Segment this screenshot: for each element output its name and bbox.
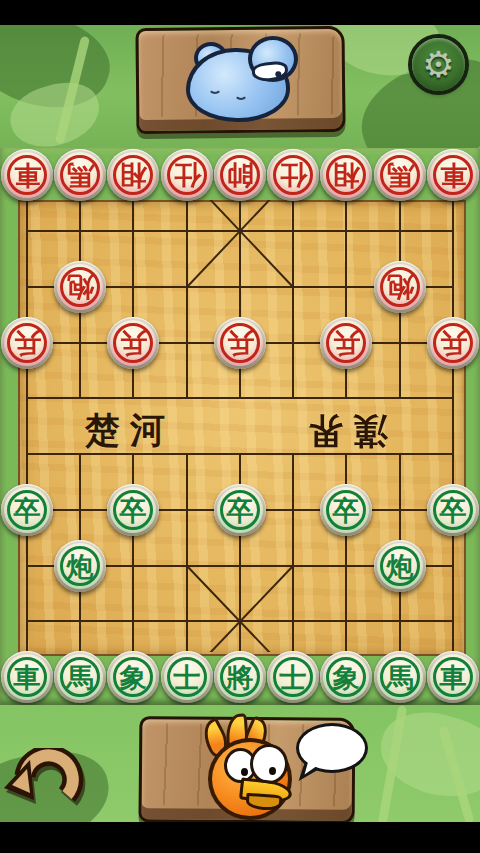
piece-glyph: 炮 bbox=[387, 274, 414, 301]
piece-face: 相 bbox=[323, 152, 369, 198]
piece-face: 將 bbox=[217, 654, 263, 700]
piece-glyph: 帥 bbox=[227, 162, 254, 189]
piece-face: 炮 bbox=[57, 543, 103, 589]
river-label-right: 漢界 bbox=[278, 407, 408, 454]
piece-green-general[interactable]: 將 bbox=[214, 651, 266, 703]
piece-red-soldier[interactable]: 兵 bbox=[107, 317, 159, 369]
undo-arrow-icon bbox=[2, 748, 94, 818]
piece-red-general[interactable]: 帥 bbox=[214, 149, 266, 201]
piece-red-chariot[interactable]: 車 bbox=[427, 149, 479, 201]
piece-red-chariot[interactable]: 車 bbox=[1, 149, 53, 201]
piece-green-advisor[interactable]: 士 bbox=[161, 651, 213, 703]
piece-face: 炮 bbox=[57, 264, 103, 310]
piece-green-horse[interactable]: 馬 bbox=[54, 651, 106, 703]
river-label-left: 楚河 bbox=[65, 407, 195, 454]
piece-glyph: 車 bbox=[440, 162, 467, 189]
piece-glyph: 相 bbox=[333, 162, 360, 189]
piece-face: 馬 bbox=[57, 152, 103, 198]
piece-green-advisor[interactable]: 士 bbox=[267, 651, 319, 703]
piece-green-horse[interactable]: 馬 bbox=[374, 651, 426, 703]
piece-face: 車 bbox=[430, 654, 476, 700]
piece-face: 車 bbox=[4, 654, 50, 700]
piece-glyph: 馬 bbox=[387, 162, 414, 189]
piece-face: 兵 bbox=[217, 320, 263, 366]
piece-face: 象 bbox=[323, 654, 369, 700]
piece-glyph: 兵 bbox=[333, 330, 360, 357]
piece-face: 卒 bbox=[217, 487, 263, 533]
piece-green-soldier[interactable]: 卒 bbox=[320, 484, 372, 536]
piece-face: 兵 bbox=[430, 320, 476, 366]
piece-face: 卒 bbox=[4, 487, 50, 533]
piece-glyph: 卒 bbox=[120, 497, 147, 524]
piece-green-elephant[interactable]: 象 bbox=[320, 651, 372, 703]
piece-red-horse[interactable]: 馬 bbox=[374, 149, 426, 201]
piece-face: 仕 bbox=[270, 152, 316, 198]
piece-green-soldier[interactable]: 卒 bbox=[107, 484, 159, 536]
piece-red-soldier[interactable]: 兵 bbox=[1, 317, 53, 369]
piece-face: 仕 bbox=[164, 152, 210, 198]
settings-button[interactable]: ⚙ bbox=[412, 38, 465, 91]
piece-red-advisor[interactable]: 仕 bbox=[267, 149, 319, 201]
piece-face: 相 bbox=[110, 152, 156, 198]
piece-face: 卒 bbox=[430, 487, 476, 533]
piece-red-soldier[interactable]: 兵 bbox=[427, 317, 479, 369]
piece-red-advisor[interactable]: 仕 bbox=[161, 149, 213, 201]
piece-face: 車 bbox=[4, 152, 50, 198]
piece-glyph: 士 bbox=[174, 664, 201, 691]
piece-face: 炮 bbox=[377, 264, 423, 310]
piece-glyph: 卒 bbox=[14, 497, 41, 524]
piece-face: 兵 bbox=[4, 320, 50, 366]
piece-glyph: 馬 bbox=[67, 162, 94, 189]
piece-glyph: 仕 bbox=[280, 162, 307, 189]
piece-glyph: 仕 bbox=[174, 162, 201, 189]
gear-icon: ⚙ bbox=[422, 47, 454, 83]
piece-face: 馬 bbox=[377, 152, 423, 198]
piece-glyph: 象 bbox=[333, 664, 360, 691]
piece-face: 馬 bbox=[377, 654, 423, 700]
xiangqi-board[interactable]: 楚河 漢界 車馬相仕帥仕相馬車炮炮兵兵兵兵兵卒卒卒卒卒炮炮車馬象士將士象馬車 bbox=[0, 148, 480, 705]
piece-green-soldier[interactable]: 卒 bbox=[1, 484, 53, 536]
blue-mascot-mark bbox=[208, 80, 222, 94]
piece-glyph: 卒 bbox=[440, 497, 467, 524]
piece-green-cannon[interactable]: 炮 bbox=[374, 540, 426, 592]
piece-glyph: 炮 bbox=[67, 274, 94, 301]
piece-face: 卒 bbox=[110, 487, 156, 533]
piece-face: 士 bbox=[270, 654, 316, 700]
piece-face: 士 bbox=[164, 654, 210, 700]
piece-glyph: 兵 bbox=[227, 330, 254, 357]
speech-bubble bbox=[296, 723, 368, 773]
piece-face: 馬 bbox=[57, 654, 103, 700]
status-bar-bottom bbox=[0, 822, 480, 853]
blue-mascot bbox=[186, 36, 296, 120]
piece-face: 車 bbox=[430, 152, 476, 198]
piece-glyph: 車 bbox=[440, 664, 467, 691]
piece-glyph: 兵 bbox=[120, 330, 147, 357]
piece-red-elephant[interactable]: 相 bbox=[320, 149, 372, 201]
piece-glyph: 馬 bbox=[387, 664, 414, 691]
piece-face: 象 bbox=[110, 654, 156, 700]
piece-red-cannon[interactable]: 炮 bbox=[374, 261, 426, 313]
game-screen: ⚙ 楚河 漢界 車馬相仕帥仕相馬車炮炮兵兵兵兵兵卒卒卒卒卒炮炮車馬象士將士象馬車 bbox=[0, 0, 480, 853]
piece-face: 兵 bbox=[323, 320, 369, 366]
piece-red-elephant[interactable]: 相 bbox=[107, 149, 159, 201]
piece-face: 兵 bbox=[110, 320, 156, 366]
piece-face: 帥 bbox=[217, 152, 263, 198]
piece-glyph: 士 bbox=[280, 664, 307, 691]
piece-red-cannon[interactable]: 炮 bbox=[54, 261, 106, 313]
undo-button[interactable] bbox=[2, 748, 94, 818]
piece-red-soldier[interactable]: 兵 bbox=[214, 317, 266, 369]
piece-red-horse[interactable]: 馬 bbox=[54, 149, 106, 201]
piece-green-soldier[interactable]: 卒 bbox=[214, 484, 266, 536]
piece-glyph: 車 bbox=[14, 664, 41, 691]
piece-glyph: 兵 bbox=[14, 330, 41, 357]
piece-glyph: 炮 bbox=[67, 553, 94, 580]
piece-glyph: 馬 bbox=[67, 664, 94, 691]
piece-glyph: 卒 bbox=[227, 497, 254, 524]
piece-green-chariot[interactable]: 車 bbox=[427, 651, 479, 703]
piece-green-elephant[interactable]: 象 bbox=[107, 651, 159, 703]
piece-face: 炮 bbox=[377, 543, 423, 589]
piece-glyph: 卒 bbox=[333, 497, 360, 524]
piece-glyph: 車 bbox=[14, 162, 41, 189]
piece-glyph: 兵 bbox=[440, 330, 467, 357]
blue-mascot-mark bbox=[234, 86, 248, 100]
piece-red-soldier[interactable]: 兵 bbox=[320, 317, 372, 369]
piece-green-cannon[interactable]: 炮 bbox=[54, 540, 106, 592]
piece-face: 卒 bbox=[323, 487, 369, 533]
piece-green-soldier[interactable]: 卒 bbox=[427, 484, 479, 536]
piece-glyph: 象 bbox=[120, 664, 147, 691]
piece-green-chariot[interactable]: 車 bbox=[1, 651, 53, 703]
piece-glyph: 炮 bbox=[387, 553, 414, 580]
orange-mascot bbox=[196, 722, 316, 822]
status-bar-top bbox=[0, 0, 480, 25]
piece-glyph: 將 bbox=[227, 664, 254, 691]
piece-glyph: 相 bbox=[120, 162, 147, 189]
